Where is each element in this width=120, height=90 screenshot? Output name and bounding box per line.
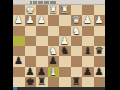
square-h2[interactable]: ♟	[13, 15, 25, 25]
square-h8[interactable]	[13, 77, 25, 87]
square-c2[interactable]: ♛	[71, 15, 83, 25]
square-d5[interactable]: ♞	[59, 46, 71, 56]
black-pawn: ♟	[83, 67, 92, 77]
square-h3[interactable]	[13, 26, 25, 36]
square-d6[interactable]	[59, 56, 71, 66]
square-d8[interactable]	[59, 77, 71, 87]
square-c5[interactable]	[71, 46, 83, 56]
square-d7[interactable]	[59, 67, 71, 77]
black-rook: ♜	[72, 77, 81, 87]
window-title	[30, 1, 56, 4]
square-b6[interactable]	[82, 56, 94, 66]
black-pawn: ♟	[14, 56, 23, 66]
white-bishop: ♝	[49, 67, 58, 77]
square-b4[interactable]	[82, 36, 94, 46]
square-g2[interactable]: ♟	[25, 15, 37, 25]
black-pawn: ♟	[49, 56, 58, 66]
square-b5[interactable]: ♝	[82, 46, 94, 56]
square-e8[interactable]	[48, 77, 60, 87]
square-h6[interactable]: ♟	[13, 56, 25, 66]
status-accent-icon	[13, 87, 17, 90]
black-queen: ♛	[95, 46, 104, 56]
square-g7[interactable]: ♟	[25, 67, 37, 77]
black-rook: ♜	[37, 77, 46, 87]
square-c1[interactable]	[71, 5, 83, 15]
square-d2[interactable]	[59, 15, 71, 25]
square-f6[interactable]	[36, 56, 48, 66]
square-f3[interactable]	[36, 26, 48, 36]
square-f1[interactable]	[36, 5, 48, 15]
square-a7[interactable]: ♟	[94, 67, 106, 77]
square-f7[interactable]: ♟	[36, 67, 48, 77]
square-e5[interactable]: ♞	[48, 46, 60, 56]
square-g6[interactable]	[25, 56, 37, 66]
chess-app-window: ♚♜♜♟♟♟♛♟♟♞♟♞♞♝♛♟♟♟♟♝♟♟♚♜♜	[13, 0, 105, 90]
black-pawn: ♟	[37, 67, 46, 77]
square-a2[interactable]: ♟	[94, 15, 106, 25]
square-b8[interactable]	[82, 77, 94, 87]
square-g8[interactable]: ♚	[25, 77, 37, 87]
square-f2[interactable]: ♟	[36, 15, 48, 25]
square-g3[interactable]	[25, 26, 37, 36]
square-h4[interactable]	[13, 36, 25, 46]
black-knight: ♞	[60, 46, 69, 56]
square-e1[interactable]: ♜	[48, 5, 60, 15]
square-c7[interactable]	[71, 67, 83, 77]
square-b3[interactable]	[82, 26, 94, 36]
square-a3[interactable]	[94, 26, 106, 36]
white-pawn: ♟	[83, 15, 92, 25]
square-d4[interactable]: ♟	[59, 36, 71, 46]
square-c4[interactable]	[71, 36, 83, 46]
square-g5[interactable]	[25, 46, 37, 56]
status-bar	[13, 87, 105, 90]
square-e6[interactable]: ♟	[48, 56, 60, 66]
white-knight: ♞	[49, 46, 58, 56]
square-a8[interactable]	[94, 77, 106, 87]
black-king: ♚	[26, 77, 35, 87]
square-a6[interactable]	[94, 56, 106, 66]
square-h1[interactable]	[13, 5, 25, 15]
square-a5[interactable]: ♛	[94, 46, 106, 56]
black-pawn: ♟	[26, 67, 35, 77]
white-pawn: ♟	[14, 15, 23, 25]
white-knight: ♞	[72, 26, 81, 36]
white-pawn: ♟	[26, 15, 35, 25]
chess-board: ♚♜♜♟♟♟♛♟♟♞♟♞♞♝♛♟♟♟♟♝♟♟♚♜♜	[13, 5, 105, 87]
letterbox-right	[105, 0, 120, 90]
square-f5[interactable]	[36, 46, 48, 56]
square-e2[interactable]	[48, 15, 60, 25]
square-f4[interactable]	[36, 36, 48, 46]
square-c6[interactable]	[71, 56, 83, 66]
square-c8[interactable]: ♜	[71, 77, 83, 87]
square-b1[interactable]	[82, 5, 94, 15]
white-pawn: ♟	[95, 15, 104, 25]
white-pawn: ♟	[37, 15, 46, 25]
square-e3[interactable]	[48, 26, 60, 36]
white-king: ♚	[26, 5, 35, 15]
black-bishop: ♝	[83, 46, 92, 56]
square-g4[interactable]	[25, 36, 37, 46]
square-e7[interactable]: ♝	[48, 67, 60, 77]
screenshot-stage: ♚♜♜♟♟♟♛♟♟♞♟♞♞♝♛♟♟♟♟♝♟♟♚♜♜	[0, 0, 120, 90]
square-f8[interactable]: ♜	[36, 77, 48, 87]
white-queen: ♛	[72, 15, 81, 25]
square-a1[interactable]	[94, 5, 106, 15]
white-rook: ♜	[49, 5, 58, 15]
square-h7[interactable]	[13, 67, 25, 77]
square-d3[interactable]	[59, 26, 71, 36]
square-h5[interactable]	[13, 46, 25, 56]
square-a4[interactable]	[94, 36, 106, 46]
square-b2[interactable]: ♟	[82, 15, 94, 25]
white-rook: ♜	[60, 5, 69, 15]
square-c3[interactable]: ♞	[71, 26, 83, 36]
square-d1[interactable]: ♜	[59, 5, 71, 15]
square-g1[interactable]: ♚	[25, 5, 37, 15]
square-b7[interactable]: ♟	[82, 67, 94, 77]
black-pawn: ♟	[95, 67, 104, 77]
square-e4[interactable]	[48, 36, 60, 46]
white-pawn: ♟	[60, 36, 69, 46]
letterbox-left	[0, 0, 13, 90]
